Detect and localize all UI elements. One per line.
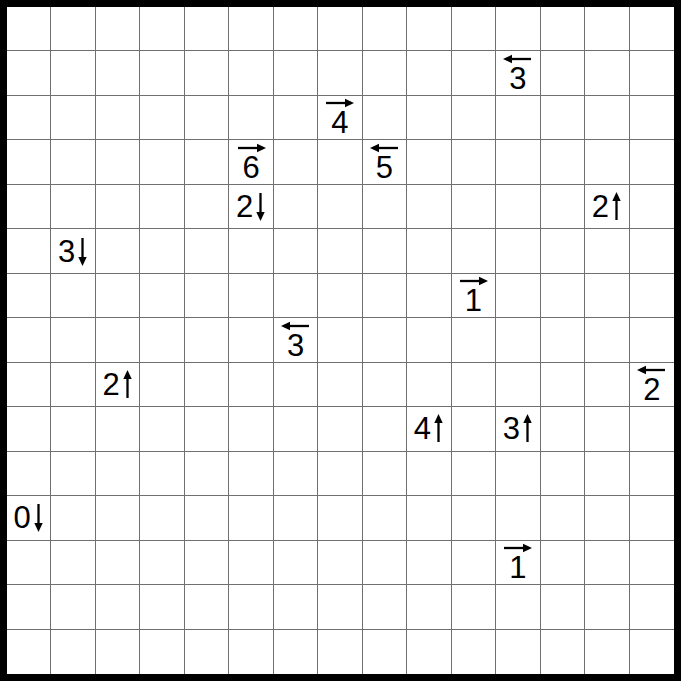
cell-r4c6[interactable]: [274, 185, 318, 229]
cell-r7c14[interactable]: [630, 318, 674, 362]
cell-r11c10[interactable]: [452, 496, 496, 540]
cell-r10c14[interactable]: [630, 452, 674, 496]
cell-r10c12[interactable]: [541, 452, 585, 496]
cell-r9c9: 4: [407, 407, 451, 451]
cell-r3c1[interactable]: [51, 140, 95, 184]
cell-r10c8[interactable]: [363, 452, 407, 496]
cell-r14c0[interactable]: [7, 630, 51, 674]
cell-r6c5[interactable]: [229, 274, 273, 318]
cell-r1c3[interactable]: [140, 51, 184, 95]
cell-r1c8[interactable]: [363, 51, 407, 95]
cell-r6c2[interactable]: [96, 274, 140, 318]
cell-r13c12[interactable]: [541, 585, 585, 629]
cell-r10c9[interactable]: [407, 452, 451, 496]
cell-r0c9[interactable]: [407, 7, 451, 51]
cell-r1c10[interactable]: [452, 51, 496, 95]
cell-r4c3[interactable]: [140, 185, 184, 229]
cell-r12c13[interactable]: [585, 541, 629, 585]
cell-r4c13: 2: [585, 185, 629, 229]
cell-r12c6[interactable]: [274, 541, 318, 585]
cell-r2c9[interactable]: [407, 96, 451, 140]
cell-r12c11: 1: [496, 541, 540, 585]
cell-r10c6[interactable]: [274, 452, 318, 496]
cell-r8c1[interactable]: [51, 363, 95, 407]
clue-left-5: 5: [370, 142, 399, 183]
cell-r10c7[interactable]: [318, 452, 362, 496]
cell-r3c7[interactable]: [318, 140, 362, 184]
cell-r8c8[interactable]: [363, 363, 407, 407]
cell-r9c2[interactable]: [96, 407, 140, 451]
cell-r0c0[interactable]: [7, 7, 51, 51]
cell-r3c6[interactable]: [274, 140, 318, 184]
cell-r14c14[interactable]: [630, 630, 674, 674]
cell-r2c8[interactable]: [363, 96, 407, 140]
cell-r5c9[interactable]: [407, 229, 451, 273]
cell-r2c14[interactable]: [630, 96, 674, 140]
cell-r14c12[interactable]: [541, 630, 585, 674]
clue-left-2: 2: [637, 364, 666, 405]
cell-r13c13[interactable]: [585, 585, 629, 629]
cell-r10c4[interactable]: [185, 452, 229, 496]
clue-right-1: 1: [503, 542, 532, 583]
cell-r14c2[interactable]: [96, 630, 140, 674]
down-arrow-icon: [33, 503, 44, 532]
cell-r7c10[interactable]: [452, 318, 496, 362]
cell-r7c0[interactable]: [7, 318, 51, 362]
cell-r9c13[interactable]: [585, 407, 629, 451]
clue-left-3: 3: [281, 320, 310, 361]
cell-r5c4[interactable]: [185, 229, 229, 273]
cell-r1c0[interactable]: [7, 51, 51, 95]
clue-number: 2: [592, 191, 609, 222]
cell-r12c14[interactable]: [630, 541, 674, 585]
cell-r1c14[interactable]: [630, 51, 674, 95]
cell-r1c5[interactable]: [229, 51, 273, 95]
cell-r9c12[interactable]: [541, 407, 585, 451]
cell-r6c8[interactable]: [363, 274, 407, 318]
cell-r8c0[interactable]: [7, 363, 51, 407]
cell-r2c0[interactable]: [7, 96, 51, 140]
cell-r14c6[interactable]: [274, 630, 318, 674]
cell-r14c4[interactable]: [185, 630, 229, 674]
cell-r8c13[interactable]: [585, 363, 629, 407]
clue-number: 4: [331, 109, 348, 138]
cell-r8c7[interactable]: [318, 363, 362, 407]
cell-r13c2[interactable]: [96, 585, 140, 629]
cell-r0c13[interactable]: [585, 7, 629, 51]
cell-r4c10[interactable]: [452, 185, 496, 229]
cell-r14c9[interactable]: [407, 630, 451, 674]
cell-r11c8[interactable]: [363, 496, 407, 540]
cell-r7c6: 3: [274, 318, 318, 362]
clue-down-0: 0: [14, 502, 44, 533]
cell-r11c12[interactable]: [541, 496, 585, 540]
down-arrow-icon: [77, 237, 88, 266]
cell-r5c1: 3: [51, 229, 95, 273]
cell-r8c12[interactable]: [541, 363, 585, 407]
cell-r3c0[interactable]: [7, 140, 51, 184]
cell-r13c11[interactable]: [496, 585, 540, 629]
cell-r8c11[interactable]: [496, 363, 540, 407]
cell-r5c2[interactable]: [96, 229, 140, 273]
cell-r13c4[interactable]: [185, 585, 229, 629]
up-arrow-icon: [122, 370, 133, 399]
clue-number: 3: [287, 332, 304, 361]
cell-r0c1[interactable]: [51, 7, 95, 51]
cell-r9c1[interactable]: [51, 407, 95, 451]
cell-r14c1[interactable]: [51, 630, 95, 674]
cell-r6c12[interactable]: [541, 274, 585, 318]
cell-r6c13[interactable]: [585, 274, 629, 318]
cell-r7c5[interactable]: [229, 318, 273, 362]
cell-r3c12[interactable]: [541, 140, 585, 184]
cell-r7c4[interactable]: [185, 318, 229, 362]
cell-r11c13[interactable]: [585, 496, 629, 540]
cell-r11c7[interactable]: [318, 496, 362, 540]
clue-number: 4: [414, 413, 431, 444]
clue-right-6: 6: [237, 142, 266, 183]
clue-right-4: 4: [325, 97, 354, 138]
cell-r10c1[interactable]: [51, 452, 95, 496]
cell-r8c9[interactable]: [407, 363, 451, 407]
cell-r12c0[interactable]: [7, 541, 51, 585]
up-arrow-icon: [611, 192, 622, 221]
clue-right-1: 1: [459, 275, 488, 316]
clue-down-3: 3: [58, 236, 88, 267]
cell-r1c1[interactable]: [51, 51, 95, 95]
cell-r0c10[interactable]: [452, 7, 496, 51]
cell-r6c3[interactable]: [140, 274, 184, 318]
cell-r14c8[interactable]: [363, 630, 407, 674]
clue-number: 5: [376, 154, 393, 183]
cell-r4c4[interactable]: [185, 185, 229, 229]
cell-r1c12[interactable]: [541, 51, 585, 95]
cell-r2c11[interactable]: [496, 96, 540, 140]
cell-r6c0[interactable]: [7, 274, 51, 318]
cell-r5c10[interactable]: [452, 229, 496, 273]
cell-r11c2[interactable]: [96, 496, 140, 540]
clue-up-2: 2: [592, 191, 622, 222]
cell-r5c7[interactable]: [318, 229, 362, 273]
cell-r0c14[interactable]: [630, 7, 674, 51]
cell-r13c9[interactable]: [407, 585, 451, 629]
cell-r14c10[interactable]: [452, 630, 496, 674]
clue-number: 0: [14, 502, 31, 533]
cell-r4c12[interactable]: [541, 185, 585, 229]
cell-r4c11[interactable]: [496, 185, 540, 229]
cell-r3c10[interactable]: [452, 140, 496, 184]
cell-r2c5[interactable]: [229, 96, 273, 140]
clue-number: 2: [103, 369, 120, 400]
cell-r12c3[interactable]: [140, 541, 184, 585]
cell-r5c13[interactable]: [585, 229, 629, 273]
cell-r4c9[interactable]: [407, 185, 451, 229]
cell-r11c11[interactable]: [496, 496, 540, 540]
cell-r13c5[interactable]: [229, 585, 273, 629]
cell-r11c1[interactable]: [51, 496, 95, 540]
cell-r1c11: 3: [496, 51, 540, 95]
cell-r12c2[interactable]: [96, 541, 140, 585]
cell-r6c4[interactable]: [185, 274, 229, 318]
clue-number: 6: [242, 154, 259, 183]
cell-r10c11[interactable]: [496, 452, 540, 496]
cell-r6c14[interactable]: [630, 274, 674, 318]
clue-number: 3: [58, 236, 75, 267]
cell-r0c12[interactable]: [541, 7, 585, 51]
cell-r3c14[interactable]: [630, 140, 674, 184]
cell-r0c4[interactable]: [185, 7, 229, 51]
cell-r9c4[interactable]: [185, 407, 229, 451]
cell-r12c4[interactable]: [185, 541, 229, 585]
cell-r3c13[interactable]: [585, 140, 629, 184]
cell-r4c5: 2: [229, 185, 273, 229]
cell-r3c4[interactable]: [185, 140, 229, 184]
cell-r9c14[interactable]: [630, 407, 674, 451]
cell-r7c11[interactable]: [496, 318, 540, 362]
cell-r10c0[interactable]: [7, 452, 51, 496]
cell-r0c7[interactable]: [318, 7, 362, 51]
cell-r5c11[interactable]: [496, 229, 540, 273]
cell-r0c11[interactable]: [496, 7, 540, 51]
cell-r10c2[interactable]: [96, 452, 140, 496]
cell-r7c2[interactable]: [96, 318, 140, 362]
cell-r14c7[interactable]: [318, 630, 362, 674]
cell-r3c5: 6: [229, 140, 273, 184]
cell-r9c11: 3: [496, 407, 540, 451]
cell-r9c0[interactable]: [7, 407, 51, 451]
cell-r11c4[interactable]: [185, 496, 229, 540]
cell-r3c2[interactable]: [96, 140, 140, 184]
cell-r8c3[interactable]: [140, 363, 184, 407]
cell-r1c7[interactable]: [318, 51, 362, 95]
down-arrow-icon: [255, 192, 266, 221]
cell-r2c3[interactable]: [140, 96, 184, 140]
cell-r13c8[interactable]: [363, 585, 407, 629]
cell-r5c6[interactable]: [274, 229, 318, 273]
cell-r1c6[interactable]: [274, 51, 318, 95]
cell-r7c9[interactable]: [407, 318, 451, 362]
cell-r1c4[interactable]: [185, 51, 229, 95]
cell-r14c13[interactable]: [585, 630, 629, 674]
cell-r14c11[interactable]: [496, 630, 540, 674]
cell-r9c8[interactable]: [363, 407, 407, 451]
cell-r13c6[interactable]: [274, 585, 318, 629]
clue-up-3: 3: [503, 413, 533, 444]
cell-r0c5[interactable]: [229, 7, 273, 51]
cell-r13c10[interactable]: [452, 585, 496, 629]
cell-r2c2[interactable]: [96, 96, 140, 140]
cell-r3c11[interactable]: [496, 140, 540, 184]
cell-r11c3[interactable]: [140, 496, 184, 540]
cell-r6c6[interactable]: [274, 274, 318, 318]
cell-r6c10: 1: [452, 274, 496, 318]
cell-r1c9[interactable]: [407, 51, 451, 95]
puzzle-board: 346522313224301: [0, 0, 681, 681]
cell-r13c14[interactable]: [630, 585, 674, 629]
cell-r14c3[interactable]: [140, 630, 184, 674]
cell-r14c5[interactable]: [229, 630, 273, 674]
cell-r9c7[interactable]: [318, 407, 362, 451]
cell-r13c7[interactable]: [318, 585, 362, 629]
cell-r9c6[interactable]: [274, 407, 318, 451]
cell-r7c3[interactable]: [140, 318, 184, 362]
cell-r2c1[interactable]: [51, 96, 95, 140]
cell-r0c2[interactable]: [96, 7, 140, 51]
cell-r4c1[interactable]: [51, 185, 95, 229]
cell-r2c12[interactable]: [541, 96, 585, 140]
cell-r3c9[interactable]: [407, 140, 451, 184]
cell-r5c8[interactable]: [363, 229, 407, 273]
cell-r10c13[interactable]: [585, 452, 629, 496]
cell-r8c10[interactable]: [452, 363, 496, 407]
cell-r12c8[interactable]: [363, 541, 407, 585]
up-arrow-icon: [522, 414, 533, 443]
cell-r0c3[interactable]: [140, 7, 184, 51]
clue-number: 3: [509, 65, 526, 94]
clue-number: 3: [503, 413, 520, 444]
clue-up-2: 2: [103, 369, 133, 400]
cell-r8c14: 2: [630, 363, 674, 407]
cell-r7c12[interactable]: [541, 318, 585, 362]
clue-up-4: 4: [414, 413, 444, 444]
clue-number: 2: [236, 191, 253, 222]
cell-r2c7: 4: [318, 96, 362, 140]
cell-r1c13[interactable]: [585, 51, 629, 95]
cell-r12c10[interactable]: [452, 541, 496, 585]
cell-r4c7[interactable]: [318, 185, 362, 229]
clue-number: 1: [465, 287, 482, 316]
cell-r7c7[interactable]: [318, 318, 362, 362]
cell-r8c6[interactable]: [274, 363, 318, 407]
cell-r4c14[interactable]: [630, 185, 674, 229]
cell-r3c8: 5: [363, 140, 407, 184]
cell-r6c9[interactable]: [407, 274, 451, 318]
cell-r2c10[interactable]: [452, 96, 496, 140]
cell-r0c8[interactable]: [363, 7, 407, 51]
cell-r8c5[interactable]: [229, 363, 273, 407]
cell-r11c9[interactable]: [407, 496, 451, 540]
cell-r6c11[interactable]: [496, 274, 540, 318]
cell-r12c12[interactable]: [541, 541, 585, 585]
cell-r8c2: 2: [96, 363, 140, 407]
cell-r12c1[interactable]: [51, 541, 95, 585]
cell-r7c13[interactable]: [585, 318, 629, 362]
cell-r11c5[interactable]: [229, 496, 273, 540]
cell-r7c1[interactable]: [51, 318, 95, 362]
cell-r8c4[interactable]: [185, 363, 229, 407]
cell-r12c9[interactable]: [407, 541, 451, 585]
cell-r10c5[interactable]: [229, 452, 273, 496]
cell-r1c2[interactable]: [96, 51, 140, 95]
cell-r12c7[interactable]: [318, 541, 362, 585]
cell-r7c8[interactable]: [363, 318, 407, 362]
cell-r2c13[interactable]: [585, 96, 629, 140]
clue-left-3: 3: [503, 53, 532, 94]
cell-r11c6[interactable]: [274, 496, 318, 540]
cell-r11c0: 0: [7, 496, 51, 540]
cell-r13c0[interactable]: [7, 585, 51, 629]
cell-r12c5[interactable]: [229, 541, 273, 585]
cell-r3c3[interactable]: [140, 140, 184, 184]
cell-r13c3[interactable]: [140, 585, 184, 629]
cell-r5c14[interactable]: [630, 229, 674, 273]
clue-number: 2: [643, 376, 660, 405]
clue-down-2: 2: [236, 191, 266, 222]
cell-r10c10[interactable]: [452, 452, 496, 496]
cell-r6c7[interactable]: [318, 274, 362, 318]
cell-r5c12[interactable]: [541, 229, 585, 273]
cell-r6c1[interactable]: [51, 274, 95, 318]
cell-r11c14[interactable]: [630, 496, 674, 540]
up-arrow-icon: [433, 414, 444, 443]
cell-r9c3[interactable]: [140, 407, 184, 451]
cell-r9c10[interactable]: [452, 407, 496, 451]
cell-r5c0[interactable]: [7, 229, 51, 273]
cell-r4c0[interactable]: [7, 185, 51, 229]
cell-r0c6[interactable]: [274, 7, 318, 51]
cell-r10c3[interactable]: [140, 452, 184, 496]
cell-r2c4[interactable]: [185, 96, 229, 140]
cell-r5c5[interactable]: [229, 229, 273, 273]
cell-r13c1[interactable]: [51, 585, 95, 629]
cell-r2c6[interactable]: [274, 96, 318, 140]
cell-r4c2[interactable]: [96, 185, 140, 229]
cell-r5c3[interactable]: [140, 229, 184, 273]
cell-r4c8[interactable]: [363, 185, 407, 229]
cell-r9c5[interactable]: [229, 407, 273, 451]
clue-number: 1: [509, 554, 526, 583]
